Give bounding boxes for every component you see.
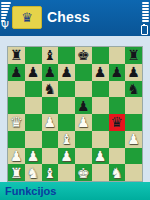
square-e7[interactable] [75, 64, 92, 81]
square-a7[interactable]: ♟ [8, 64, 25, 81]
piece-black-pawn: ♟ [94, 64, 107, 80]
square-g8[interactable] [109, 47, 126, 64]
square-a6[interactable] [8, 81, 25, 98]
square-c6[interactable]: ♞ [42, 81, 59, 98]
square-h5[interactable] [125, 97, 142, 114]
piece-black-knight: ♞ [127, 81, 140, 97]
piece-white-pawn: ♟ [94, 148, 107, 164]
piece-black-queen: ♛ [111, 114, 124, 130]
chess-board: ♜♝♚♜♟♟♟♟♟♟♟♞♞♟♛♟♟♛♝♟♟♟♟♟♜♞♝♚♞ [8, 47, 142, 181]
piece-white-pawn: ♟ [27, 148, 40, 164]
square-d8[interactable] [58, 47, 75, 64]
piece-black-pawn: ♟ [44, 64, 57, 80]
softkey-bar: Funkcijos [0, 182, 150, 200]
square-g2[interactable] [109, 148, 126, 165]
square-e6[interactable] [75, 81, 92, 98]
square-e3[interactable] [75, 131, 92, 148]
crown-icon: ♛ [21, 11, 33, 24]
square-g7[interactable]: ♟ [109, 64, 126, 81]
titlebar: Ψ ♛ Chess [0, 0, 150, 36]
square-g1[interactable]: ♞ [109, 164, 126, 181]
square-f1[interactable] [92, 164, 109, 181]
piece-black-rook: ♜ [127, 47, 140, 63]
square-g3[interactable] [109, 131, 126, 148]
piece-white-queen: ♛ [10, 114, 23, 130]
square-c8[interactable]: ♝ [42, 47, 59, 64]
square-h7[interactable]: ♟ [125, 64, 142, 81]
square-e8[interactable]: ♚ [75, 47, 92, 64]
piece-black-bishop: ♝ [44, 47, 57, 63]
piece-black-pawn: ♟ [127, 64, 140, 80]
square-a4[interactable]: ♛ [8, 114, 25, 131]
square-d6[interactable] [58, 81, 75, 98]
square-c1[interactable]: ♝ [42, 164, 59, 181]
square-g4[interactable]: ♛ [109, 114, 126, 131]
piece-white-pawn: ♟ [77, 114, 90, 130]
square-f5[interactable] [92, 97, 109, 114]
square-g5[interactable] [109, 97, 126, 114]
square-d1[interactable] [58, 164, 75, 181]
square-f6[interactable] [92, 81, 109, 98]
square-b7[interactable]: ♟ [25, 64, 42, 81]
piece-black-pawn: ♟ [27, 64, 40, 80]
left-softkey-button[interactable]: Funkcijos [0, 185, 56, 197]
square-a3[interactable] [8, 131, 25, 148]
piece-black-rook: ♜ [10, 47, 23, 63]
square-c4[interactable]: ♟ [42, 114, 59, 131]
square-d5[interactable] [58, 97, 75, 114]
square-b5[interactable] [25, 97, 42, 114]
piece-black-king: ♚ [77, 47, 90, 63]
square-d3[interactable]: ♝ [58, 131, 75, 148]
square-b4[interactable] [25, 114, 42, 131]
square-f3[interactable] [92, 131, 109, 148]
square-a2[interactable]: ♟ [8, 148, 25, 165]
square-f7[interactable]: ♟ [92, 64, 109, 81]
square-b2[interactable]: ♟ [25, 148, 42, 165]
piece-black-pawn: ♟ [77, 98, 90, 114]
piece-white-king: ♚ [77, 165, 90, 181]
square-a5[interactable] [8, 97, 25, 114]
square-b1[interactable]: ♞ [25, 164, 42, 181]
square-f8[interactable] [92, 47, 109, 64]
square-a8[interactable]: ♜ [8, 47, 25, 64]
square-c5[interactable] [42, 97, 59, 114]
signal-strength-icon [1, 2, 11, 22]
square-e2[interactable] [75, 148, 92, 165]
board-area: ♜♝♚♜♟♟♟♟♟♟♟♞♞♟♛♟♟♛♝♟♟♟♟♟♜♞♝♚♞ [0, 36, 150, 182]
piece-black-knight: ♞ [44, 81, 57, 97]
piece-white-pawn: ♟ [44, 114, 57, 130]
square-h8[interactable]: ♜ [125, 47, 142, 64]
square-d7[interactable]: ♟ [58, 64, 75, 81]
square-b6[interactable] [25, 81, 42, 98]
chess-app-icon: ♛ [12, 6, 42, 29]
square-h6[interactable]: ♞ [125, 81, 142, 98]
square-f2[interactable]: ♟ [92, 148, 109, 165]
piece-white-knight: ♞ [27, 165, 40, 181]
square-h3[interactable]: ♟ [125, 131, 142, 148]
square-d2[interactable]: ♟ [58, 148, 75, 165]
piece-black-pawn: ♟ [111, 64, 124, 80]
piece-white-pawn: ♟ [10, 148, 23, 164]
piece-white-pawn: ♟ [60, 148, 73, 164]
piece-white-bishop: ♝ [44, 165, 57, 181]
square-e4[interactable]: ♟ [75, 114, 92, 131]
square-f4[interactable] [92, 114, 109, 131]
piece-black-pawn: ♟ [10, 64, 23, 80]
square-b8[interactable] [25, 47, 42, 64]
app-title: Chess [47, 9, 90, 25]
piece-white-pawn: ♟ [127, 131, 140, 147]
square-e5[interactable]: ♟ [75, 97, 92, 114]
square-h1[interactable] [125, 164, 142, 181]
square-h4[interactable] [125, 114, 142, 131]
square-g6[interactable] [109, 81, 126, 98]
square-c3[interactable] [42, 131, 59, 148]
square-b3[interactable] [25, 131, 42, 148]
antenna-icon: Ψ [1, 21, 9, 31]
square-a1[interactable]: ♜ [8, 164, 25, 181]
piece-white-knight: ♞ [111, 165, 124, 181]
square-h2[interactable] [125, 148, 142, 165]
piece-black-pawn: ♟ [60, 64, 73, 80]
piece-white-rook: ♜ [10, 165, 23, 181]
square-c2[interactable] [42, 148, 59, 165]
piece-white-bishop: ♝ [60, 131, 73, 147]
square-e1[interactable]: ♚ [75, 164, 92, 181]
square-c7[interactable]: ♟ [42, 64, 59, 81]
battery-icon [141, 25, 148, 35]
battery-level-icon [142, 2, 149, 22]
square-d4[interactable] [58, 114, 75, 131]
